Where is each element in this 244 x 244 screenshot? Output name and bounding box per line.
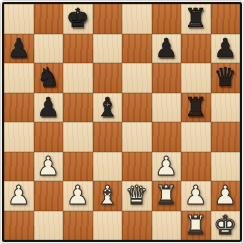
square-h8[interactable]: [211, 4, 241, 34]
piece-black-knight[interactable]: ♞: [37, 63, 60, 93]
square-g8[interactable]: ♜: [181, 4, 211, 34]
square-e2[interactable]: ♛: [122, 181, 152, 211]
square-h7[interactable]: ♟: [211, 34, 241, 64]
square-e7[interactable]: [122, 34, 152, 64]
square-d4[interactable]: [93, 122, 123, 152]
piece-white-pawn[interactable]: ♟: [7, 181, 30, 211]
square-e1[interactable]: [122, 211, 152, 241]
square-d1[interactable]: [93, 211, 123, 241]
piece-black-pawn[interactable]: ♟: [214, 34, 237, 64]
square-d3[interactable]: [93, 152, 123, 182]
square-d8[interactable]: [93, 4, 123, 34]
square-c6[interactable]: [63, 63, 93, 93]
square-c4[interactable]: [63, 122, 93, 152]
piece-black-bishop[interactable]: ♝: [96, 93, 119, 123]
square-e6[interactable]: [122, 63, 152, 93]
piece-white-pawn[interactable]: ♟: [66, 181, 89, 211]
square-f6[interactable]: [152, 63, 182, 93]
square-a4[interactable]: [4, 122, 34, 152]
square-a5[interactable]: [4, 93, 34, 123]
square-h1[interactable]: ♚: [211, 211, 241, 241]
square-b5[interactable]: ♟: [34, 93, 64, 123]
square-g3[interactable]: [181, 152, 211, 182]
piece-black-pawn[interactable]: ♟: [37, 93, 60, 123]
piece-black-pawn[interactable]: ♟: [7, 34, 30, 64]
square-h4[interactable]: [211, 122, 241, 152]
square-g1[interactable]: ♜: [181, 211, 211, 241]
piece-black-rook[interactable]: ♜: [184, 93, 207, 123]
square-f2[interactable]: ♜: [152, 181, 182, 211]
square-a8[interactable]: [4, 4, 34, 34]
piece-black-queen[interactable]: ♛: [214, 63, 237, 93]
piece-black-rook[interactable]: ♜: [184, 4, 207, 34]
piece-white-pawn[interactable]: ♟: [214, 181, 237, 211]
piece-white-pawn[interactable]: ♟: [184, 181, 207, 211]
piece-white-pawn[interactable]: ♟: [155, 152, 178, 182]
square-e4[interactable]: [122, 122, 152, 152]
square-b6[interactable]: ♞: [34, 63, 64, 93]
square-b3[interactable]: ♟: [34, 152, 64, 182]
piece-white-rook[interactable]: ♜: [184, 211, 207, 241]
square-f5[interactable]: [152, 93, 182, 123]
piece-black-king[interactable]: ♚: [66, 4, 89, 34]
square-d2[interactable]: ♝: [93, 181, 123, 211]
square-h2[interactable]: ♟: [211, 181, 241, 211]
square-g2[interactable]: ♟: [181, 181, 211, 211]
square-e3[interactable]: [122, 152, 152, 182]
square-c2[interactable]: ♟: [63, 181, 93, 211]
square-b4[interactable]: [34, 122, 64, 152]
chess-board: ♚♜♟♟♟♞♛♟♝♜♟♟♟♟♝♛♜♟♟♜♚: [4, 4, 240, 240]
square-f1[interactable]: [152, 211, 182, 241]
board-frame: ♚♜♟♟♟♞♛♟♝♜♟♟♟♟♝♛♜♟♟♜♚: [2, 2, 242, 242]
square-g6[interactable]: [181, 63, 211, 93]
square-h6[interactable]: ♛: [211, 63, 241, 93]
square-h5[interactable]: [211, 93, 241, 123]
square-e8[interactable]: [122, 4, 152, 34]
square-b8[interactable]: [34, 4, 64, 34]
square-b1[interactable]: [34, 211, 64, 241]
square-f8[interactable]: [152, 4, 182, 34]
piece-white-king[interactable]: ♚: [214, 211, 237, 241]
square-c8[interactable]: ♚: [63, 4, 93, 34]
square-g5[interactable]: ♜: [181, 93, 211, 123]
square-a2[interactable]: ♟: [4, 181, 34, 211]
square-h3[interactable]: [211, 152, 241, 182]
square-b7[interactable]: [34, 34, 64, 64]
piece-white-pawn[interactable]: ♟: [37, 152, 60, 182]
square-f4[interactable]: [152, 122, 182, 152]
square-c3[interactable]: [63, 152, 93, 182]
square-g4[interactable]: [181, 122, 211, 152]
square-d7[interactable]: [93, 34, 123, 64]
piece-black-pawn[interactable]: ♟: [155, 34, 178, 64]
square-e5[interactable]: [122, 93, 152, 123]
square-b2[interactable]: [34, 181, 64, 211]
square-f7[interactable]: ♟: [152, 34, 182, 64]
square-a1[interactable]: [4, 211, 34, 241]
square-g7[interactable]: [181, 34, 211, 64]
square-c1[interactable]: [63, 211, 93, 241]
square-d5[interactable]: ♝: [93, 93, 123, 123]
square-c5[interactable]: [63, 93, 93, 123]
piece-white-queen[interactable]: ♛: [125, 181, 148, 211]
square-a7[interactable]: ♟: [4, 34, 34, 64]
square-a3[interactable]: [4, 152, 34, 182]
square-c7[interactable]: [63, 34, 93, 64]
piece-white-rook[interactable]: ♜: [155, 181, 178, 211]
square-d6[interactable]: [93, 63, 123, 93]
board-photo: ♚♜♟♟♟♞♛♟♝♜♟♟♟♟♝♛♜♟♟♜♚: [0, 0, 244, 244]
piece-white-bishop[interactable]: ♝: [96, 181, 119, 211]
square-a6[interactable]: [4, 63, 34, 93]
square-f3[interactable]: ♟: [152, 152, 182, 182]
